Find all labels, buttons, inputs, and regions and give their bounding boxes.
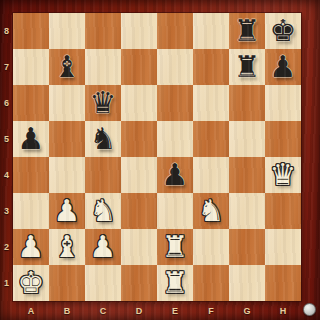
- square-d6[interactable]: [121, 85, 157, 121]
- white-rook[interactable]: ♜: [162, 229, 189, 265]
- chess-board: ♜♚♝♜♟♛♟♞♟♛♟♞♞♟♝♟♜♚♜ 87654321 ABCDEFGH: [0, 0, 320, 320]
- rank-label-1: 1: [0, 265, 13, 301]
- square-c5[interactable]: ♞: [85, 121, 121, 157]
- square-f6[interactable]: [193, 85, 229, 121]
- black-pawn[interactable]: ♟: [162, 157, 189, 193]
- square-h6[interactable]: [265, 85, 301, 121]
- file-label-e: E: [157, 301, 193, 320]
- square-h5[interactable]: [265, 121, 301, 157]
- square-b5[interactable]: [49, 121, 85, 157]
- square-g4[interactable]: [229, 157, 265, 193]
- square-h7[interactable]: ♟: [265, 49, 301, 85]
- square-g5[interactable]: [229, 121, 265, 157]
- rank-label-3: 3: [0, 193, 13, 229]
- square-h1[interactable]: [265, 265, 301, 301]
- square-f2[interactable]: [193, 229, 229, 265]
- square-d4[interactable]: [121, 157, 157, 193]
- square-b2[interactable]: ♝: [49, 229, 85, 265]
- square-e3[interactable]: [157, 193, 193, 229]
- square-f5[interactable]: [193, 121, 229, 157]
- square-e1[interactable]: ♜: [157, 265, 193, 301]
- square-c7[interactable]: [85, 49, 121, 85]
- black-pawn[interactable]: ♟: [270, 49, 297, 85]
- file-label-b: B: [49, 301, 85, 320]
- file-label-c: C: [85, 301, 121, 320]
- square-b1[interactable]: [49, 265, 85, 301]
- black-king[interactable]: ♚: [270, 13, 297, 49]
- square-h8[interactable]: ♚: [265, 13, 301, 49]
- square-b3[interactable]: ♟: [49, 193, 85, 229]
- black-rook[interactable]: ♜: [234, 13, 261, 49]
- square-c4[interactable]: [85, 157, 121, 193]
- square-g8[interactable]: ♜: [229, 13, 265, 49]
- rank-label-5: 5: [0, 121, 13, 157]
- file-label-d: D: [121, 301, 157, 320]
- square-d2[interactable]: [121, 229, 157, 265]
- file-label-f: F: [193, 301, 229, 320]
- black-bishop[interactable]: ♝: [54, 49, 81, 85]
- square-h3[interactable]: [265, 193, 301, 229]
- square-d8[interactable]: [121, 13, 157, 49]
- white-knight[interactable]: ♞: [198, 193, 225, 229]
- square-a4[interactable]: [13, 157, 49, 193]
- black-knight[interactable]: ♞: [90, 121, 117, 157]
- rank-label-2: 2: [0, 229, 13, 265]
- square-f4[interactable]: [193, 157, 229, 193]
- square-b4[interactable]: [49, 157, 85, 193]
- file-label-g: G: [229, 301, 265, 320]
- square-g3[interactable]: [229, 193, 265, 229]
- black-queen[interactable]: ♛: [90, 85, 117, 121]
- square-e5[interactable]: [157, 121, 193, 157]
- white-to-move-indicator: [303, 303, 316, 316]
- white-king[interactable]: ♚: [18, 265, 45, 301]
- square-g1[interactable]: [229, 265, 265, 301]
- white-pawn[interactable]: ♟: [54, 193, 81, 229]
- square-g6[interactable]: [229, 85, 265, 121]
- white-bishop[interactable]: ♝: [54, 229, 81, 265]
- square-d5[interactable]: [121, 121, 157, 157]
- white-pawn[interactable]: ♟: [18, 229, 45, 265]
- square-c8[interactable]: [85, 13, 121, 49]
- square-c3[interactable]: ♞: [85, 193, 121, 229]
- square-f3[interactable]: ♞: [193, 193, 229, 229]
- square-d1[interactable]: [121, 265, 157, 301]
- square-c6[interactable]: ♛: [85, 85, 121, 121]
- square-a3[interactable]: [13, 193, 49, 229]
- square-f1[interactable]: [193, 265, 229, 301]
- square-a1[interactable]: ♚: [13, 265, 49, 301]
- white-queen[interactable]: ♛: [270, 157, 297, 193]
- file-label-h: H: [265, 301, 301, 320]
- white-rook[interactable]: ♜: [162, 265, 189, 301]
- square-d3[interactable]: [121, 193, 157, 229]
- black-rook[interactable]: ♜: [234, 49, 261, 85]
- square-c2[interactable]: ♟: [85, 229, 121, 265]
- rank-label-4: 4: [0, 157, 13, 193]
- rank-label-8: 8: [0, 13, 13, 49]
- square-f7[interactable]: [193, 49, 229, 85]
- square-a6[interactable]: [13, 85, 49, 121]
- square-e8[interactable]: [157, 13, 193, 49]
- rank-label-6: 6: [0, 85, 13, 121]
- rank-label-7: 7: [0, 49, 13, 85]
- file-label-a: A: [13, 301, 49, 320]
- square-g7[interactable]: ♜: [229, 49, 265, 85]
- square-g2[interactable]: [229, 229, 265, 265]
- square-a2[interactable]: ♟: [13, 229, 49, 265]
- square-e6[interactable]: [157, 85, 193, 121]
- square-f8[interactable]: [193, 13, 229, 49]
- square-b8[interactable]: [49, 13, 85, 49]
- square-h2[interactable]: [265, 229, 301, 265]
- square-e4[interactable]: ♟: [157, 157, 193, 193]
- square-b6[interactable]: [49, 85, 85, 121]
- square-d7[interactable]: [121, 49, 157, 85]
- black-pawn[interactable]: ♟: [18, 121, 45, 157]
- square-e2[interactable]: ♜: [157, 229, 193, 265]
- square-h4[interactable]: ♛: [265, 157, 301, 193]
- square-a8[interactable]: [13, 13, 49, 49]
- square-b7[interactable]: ♝: [49, 49, 85, 85]
- square-c1[interactable]: [85, 265, 121, 301]
- square-e7[interactable]: [157, 49, 193, 85]
- white-pawn[interactable]: ♟: [90, 229, 117, 265]
- square-a7[interactable]: [13, 49, 49, 85]
- board-squares: ♜♚♝♜♟♛♟♞♟♛♟♞♞♟♝♟♜♚♜: [13, 13, 301, 301]
- square-a5[interactable]: ♟: [13, 121, 49, 157]
- white-knight[interactable]: ♞: [90, 193, 117, 229]
